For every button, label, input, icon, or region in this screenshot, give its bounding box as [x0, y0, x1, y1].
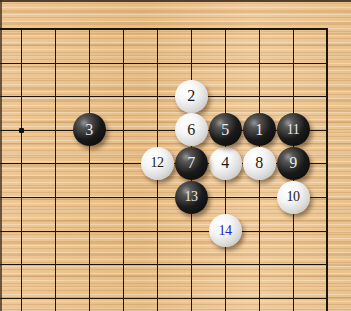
stone-number: 7: [187, 155, 195, 171]
grid-line-vertical: [89, 29, 90, 311]
grid-line-horizontal: [0, 63, 328, 64]
stone-white-10: 10: [277, 181, 310, 214]
stone-number: 10: [287, 190, 300, 204]
stone-white-4: 4: [209, 147, 242, 180]
stone-number: 9: [289, 155, 297, 171]
stone-white-8: 8: [243, 147, 276, 180]
grid-line-horizontal: [0, 264, 328, 265]
stone-number: 12: [151, 156, 164, 170]
go-board[interactable]: 1234567891011121314: [0, 0, 351, 311]
stone-white-12: 12: [141, 147, 174, 180]
stone-number: 5: [221, 122, 229, 138]
stone-black-7: 7: [175, 147, 208, 180]
grid-line-vertical: [21, 29, 22, 311]
stone-black-11: 11: [277, 113, 310, 146]
stone-black-1: 1: [243, 113, 276, 146]
stone-white-6: 6: [175, 113, 208, 146]
star-point: [19, 128, 24, 133]
grid-line-horizontal: [0, 28, 328, 30]
stone-number: 6: [187, 122, 195, 138]
grid-line-vertical: [326, 29, 328, 311]
stone-black-3: 3: [73, 113, 106, 146]
stone-number: 1: [255, 122, 263, 138]
stone-number: 13: [185, 190, 198, 204]
grid-line-vertical: [55, 29, 56, 311]
stone-number: 4: [221, 155, 229, 171]
stone-number: 11: [287, 123, 299, 137]
stone-black-5: 5: [209, 113, 242, 146]
stone-number: 14: [219, 224, 232, 238]
stone-number: 2: [187, 88, 195, 104]
grid-line-horizontal: [0, 298, 328, 299]
stone-white-14: 14: [209, 214, 242, 247]
stone-number: 3: [85, 122, 93, 138]
grid-line-vertical: [123, 29, 124, 311]
grid-line-horizontal: [0, 96, 328, 97]
stone-black-9: 9: [277, 147, 310, 180]
stone-number: 8: [255, 155, 263, 171]
grid-line-horizontal: [0, 231, 328, 232]
stone-white-2: 2: [175, 80, 208, 113]
stone-black-13: 13: [175, 181, 208, 214]
image-top-border: [0, 0, 351, 2]
